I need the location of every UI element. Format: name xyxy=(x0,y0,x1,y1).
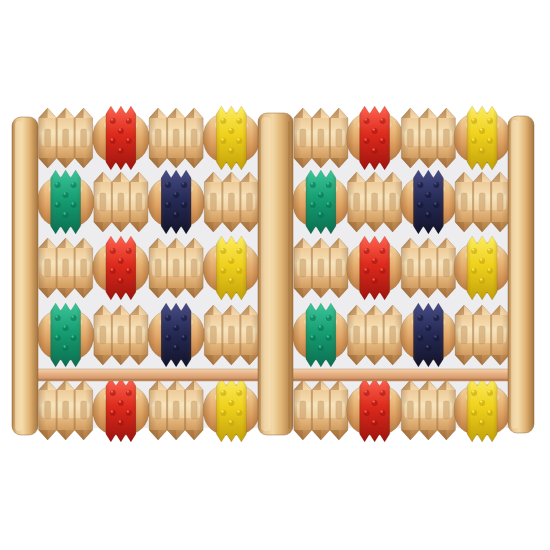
gear-facet-slot xyxy=(100,326,106,344)
gear-facet-slot xyxy=(318,129,324,147)
gear-facet-slot xyxy=(497,193,503,211)
gear-facet-slot xyxy=(210,326,216,344)
gear-facet-slot xyxy=(136,326,142,344)
gear-facet-slot xyxy=(173,129,179,147)
gear-facet-slot xyxy=(81,129,87,147)
gear-roller xyxy=(39,108,93,168)
gear-facet-slot xyxy=(173,259,179,277)
gear-roller xyxy=(401,238,455,298)
gear-facet-slot xyxy=(155,259,161,277)
gear-roller xyxy=(149,238,203,298)
gear-facet-slot xyxy=(118,193,124,211)
gear-facet-slot xyxy=(246,193,252,211)
gear-roller xyxy=(294,108,348,168)
gear-facet-slot xyxy=(228,193,234,211)
gear-roller xyxy=(401,380,455,440)
gear-facet-slot xyxy=(372,193,378,211)
gear-facet-slot xyxy=(390,193,396,211)
gear-facet-slot xyxy=(443,259,449,277)
gear-facet-slot xyxy=(425,259,431,277)
gear-facet-slot xyxy=(300,401,306,419)
gear-roller xyxy=(294,238,348,298)
gear-facet-slot xyxy=(479,193,485,211)
gear-roller xyxy=(294,380,348,440)
gear-facet-slot xyxy=(407,401,413,419)
gear-roller xyxy=(204,172,258,232)
gear-facet-slot xyxy=(155,129,161,147)
gear-facet-slot xyxy=(479,326,485,344)
gear-facet-slot xyxy=(461,193,467,211)
gear-roller xyxy=(149,380,203,440)
gear-facet-slot xyxy=(461,326,467,344)
gear-facet-slot xyxy=(336,259,342,277)
gear-facet-slot xyxy=(118,326,124,344)
gear-facet-slot xyxy=(45,129,51,147)
gear-roller xyxy=(149,108,203,168)
gear-facet-slot xyxy=(425,401,431,419)
gear-roller xyxy=(455,172,509,232)
gear-facet-slot xyxy=(191,129,197,147)
gear-roller xyxy=(94,305,148,365)
gear-facet-slot xyxy=(228,326,234,344)
gear-facet-slot xyxy=(372,326,378,344)
gear-roller xyxy=(204,305,258,365)
gear-facet-slot xyxy=(45,259,51,277)
gear-facet-slot xyxy=(45,401,51,419)
foot-massage-roller-photo xyxy=(0,0,550,550)
gear-facet-slot xyxy=(210,193,216,211)
gear-roller xyxy=(39,238,93,298)
gear-facet-slot xyxy=(136,193,142,211)
gear-roller xyxy=(39,380,93,440)
gear-facet-slot xyxy=(300,129,306,147)
gear-facet-slot xyxy=(354,326,360,344)
gear-facet-slot xyxy=(407,259,413,277)
gear-roller xyxy=(94,172,148,232)
gear-facet-slot xyxy=(300,259,306,277)
gear-facet-slot xyxy=(318,259,324,277)
gear-facet-slot xyxy=(63,129,69,147)
gear-facet-slot xyxy=(246,326,252,344)
gear-facet-slot xyxy=(191,259,197,277)
gear-facet-slot xyxy=(390,326,396,344)
product-photo-stage xyxy=(0,0,550,550)
gear-facet-slot xyxy=(81,401,87,419)
gear-facet-slot xyxy=(336,129,342,147)
gear-facet-slot xyxy=(443,401,449,419)
gear-roller xyxy=(455,305,509,365)
gear-facet-slot xyxy=(173,401,179,419)
gear-roller xyxy=(401,108,455,168)
gear-facet-slot xyxy=(354,193,360,211)
gear-facet-slot xyxy=(318,401,324,419)
gear-facet-slot xyxy=(100,193,106,211)
gear-facet-slot xyxy=(81,259,87,277)
gear-facet-slot xyxy=(63,401,69,419)
gear-facet-slot xyxy=(497,326,503,344)
gear-facet-slot xyxy=(63,259,69,277)
gear-facet-slot xyxy=(407,129,413,147)
gear-facet-slot xyxy=(336,401,342,419)
gear-facet-slot xyxy=(155,401,161,419)
gear-facet-slot xyxy=(191,401,197,419)
gear-facet-slot xyxy=(443,129,449,147)
gear-roller xyxy=(348,172,402,232)
gear-facet-slot xyxy=(425,129,431,147)
gear-roller xyxy=(348,305,402,365)
